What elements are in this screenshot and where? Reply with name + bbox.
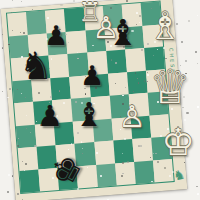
piece-white-pawn-g3[interactable]: ♙ [119, 102, 146, 132]
piece-white-bishop-h7[interactable]: ♗ [148, 7, 182, 45]
piece-black-bishop-f7[interactable]: ♝ [107, 15, 139, 51]
piece-black-king-c1-fallen[interactable]: ♚ [44, 149, 88, 192]
piece-white-queen-h4[interactable]: ♕ [149, 64, 190, 110]
piece-white-king-h2[interactable]: ♔ [161, 124, 194, 161]
piece-black-pawn-b3[interactable]: ♟ [37, 102, 63, 131]
chessboard-photo-scene: CHESS ♞ ♖♙♝♗♟♞♟♕♟♝♙♔♚ [0, 0, 200, 200]
piece-black-pawn-d5[interactable]: ♟ [80, 62, 104, 89]
piece-black-bishop-d3[interactable]: ♝ [74, 98, 104, 131]
piece-black-knight-a5[interactable]: ♞ [19, 47, 53, 85]
pieces-layer: ♖♙♝♗♟♞♟♕♟♝♙♔♚ [0, 0, 200, 200]
